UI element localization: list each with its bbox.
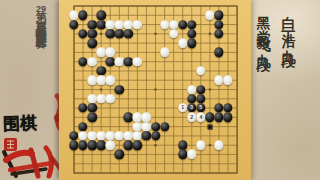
stone-white bbox=[106, 48, 115, 57]
stone-black bbox=[69, 20, 78, 29]
player-white-caption: 白丁浩九段 bbox=[281, 5, 297, 47]
stone-black bbox=[106, 57, 115, 66]
stone-black bbox=[96, 11, 105, 20]
stone-black bbox=[78, 29, 87, 38]
stone-white bbox=[160, 20, 169, 29]
stone-white bbox=[214, 140, 223, 149]
stone-black bbox=[96, 20, 105, 29]
stone-white bbox=[124, 20, 133, 29]
stone-black bbox=[78, 57, 87, 66]
event-title-suffix: 届三星杯世界大师赛决赛三 bbox=[35, 13, 47, 31]
stone-white bbox=[78, 131, 87, 140]
stone-black bbox=[214, 29, 223, 38]
stone-black bbox=[106, 29, 115, 38]
stone-white bbox=[106, 140, 115, 149]
stone-white bbox=[96, 94, 105, 103]
stone-white bbox=[133, 131, 142, 140]
stone-black bbox=[151, 131, 160, 140]
stone-white: 1 bbox=[178, 103, 187, 112]
stone-white bbox=[115, 131, 124, 140]
stone-white bbox=[160, 48, 169, 57]
stone-white bbox=[124, 131, 133, 140]
stone-white bbox=[133, 122, 142, 131]
stone-black bbox=[96, 140, 105, 149]
stone-white bbox=[96, 131, 105, 140]
go-board: 13524 bbox=[59, 0, 251, 180]
stone-black bbox=[124, 113, 133, 122]
stone-black bbox=[187, 29, 196, 38]
stone-black bbox=[151, 122, 160, 131]
stone-white bbox=[87, 94, 96, 103]
stone-white: 2 bbox=[187, 113, 196, 122]
stone-black bbox=[87, 29, 96, 38]
stone-white bbox=[196, 66, 205, 75]
white-player-name: 丁浩 bbox=[281, 19, 297, 27]
stone-black bbox=[205, 113, 214, 122]
stone-black bbox=[87, 113, 96, 122]
stone-black bbox=[160, 122, 169, 131]
stone-black bbox=[87, 140, 96, 149]
stone-black bbox=[78, 122, 87, 131]
weiqi-logo: 围棋 bbox=[3, 112, 43, 152]
black-color-label: 黑 bbox=[256, 5, 272, 9]
stone-black bbox=[214, 103, 223, 112]
stone-white bbox=[142, 113, 151, 122]
stone-black bbox=[187, 94, 196, 103]
stone-white bbox=[223, 76, 232, 85]
stone-black bbox=[78, 11, 87, 20]
black-player-name: 党毅飞 bbox=[256, 19, 272, 31]
stone-black bbox=[214, 11, 223, 20]
white-color-label: 白 bbox=[281, 5, 297, 9]
stone-black bbox=[178, 150, 187, 159]
stone-black bbox=[87, 38, 96, 47]
stone-black bbox=[115, 85, 124, 94]
stone-white bbox=[187, 85, 196, 94]
stone-white bbox=[69, 11, 78, 20]
stone-white bbox=[178, 38, 187, 47]
seal-stamp-icon bbox=[4, 138, 18, 152]
stone-black bbox=[196, 94, 205, 103]
stone-white bbox=[187, 150, 196, 159]
stone-black bbox=[223, 113, 232, 122]
stone-black bbox=[133, 140, 142, 149]
stone-black bbox=[214, 20, 223, 29]
stone-black bbox=[178, 20, 187, 29]
stone-black: 3 bbox=[187, 103, 196, 112]
stone-white bbox=[205, 11, 214, 20]
stone-white bbox=[106, 94, 115, 103]
stone-black bbox=[142, 131, 151, 140]
stone-white bbox=[115, 57, 124, 66]
stone-white bbox=[196, 140, 205, 149]
weiqi-logo-text: 围棋 bbox=[3, 111, 44, 135]
stone-black bbox=[187, 38, 196, 47]
stone-white bbox=[133, 20, 142, 29]
stone-black bbox=[187, 20, 196, 29]
stone-black bbox=[69, 131, 78, 140]
stone-black bbox=[115, 150, 124, 159]
stone-black bbox=[78, 140, 87, 149]
player-black-caption: 黑党毅飞九段 bbox=[256, 5, 272, 51]
stone-black bbox=[96, 66, 105, 75]
stone-black bbox=[115, 29, 124, 38]
stone-black bbox=[124, 29, 133, 38]
video-frame: 第29届三星杯世界大师赛决赛三 围棋 13524 白丁浩九段 黑党毅飞九段 bbox=[0, 0, 320, 180]
stone-white: 4 bbox=[196, 113, 205, 122]
stone-white bbox=[169, 20, 178, 29]
stone-black bbox=[223, 103, 232, 112]
stone-white bbox=[87, 57, 96, 66]
stone-white bbox=[115, 20, 124, 29]
stone-white bbox=[106, 131, 115, 140]
next-move-square-marker bbox=[207, 124, 212, 129]
event-title: 第29届三星杯世界大师赛决赛三 bbox=[34, 2, 48, 180]
white-player-rank: 九段 bbox=[281, 39, 297, 47]
stone-black bbox=[124, 57, 133, 66]
stone-white bbox=[169, 29, 178, 38]
stone-white bbox=[133, 57, 142, 66]
event-title-number: 29 bbox=[36, 4, 46, 13]
stone-white bbox=[142, 122, 151, 131]
stone-white bbox=[106, 76, 115, 85]
stone-white bbox=[87, 131, 96, 140]
stone-black bbox=[214, 113, 223, 122]
stone-white bbox=[96, 76, 105, 85]
stone-black bbox=[78, 103, 87, 112]
black-player-rank: 九段 bbox=[256, 43, 272, 51]
stone-black bbox=[69, 140, 78, 149]
stone-white bbox=[133, 113, 142, 122]
stone-black: 5 bbox=[196, 103, 205, 112]
stone-black bbox=[178, 140, 187, 149]
stones-layer: 13524 bbox=[59, 0, 251, 180]
stone-black bbox=[124, 140, 133, 149]
stone-white bbox=[87, 76, 96, 85]
stone-white bbox=[96, 48, 105, 57]
stone-white bbox=[214, 76, 223, 85]
stone-black bbox=[87, 103, 96, 112]
stone-white bbox=[106, 20, 115, 29]
stone-black bbox=[87, 20, 96, 29]
stone-black bbox=[214, 48, 223, 57]
stone-black bbox=[196, 85, 205, 94]
